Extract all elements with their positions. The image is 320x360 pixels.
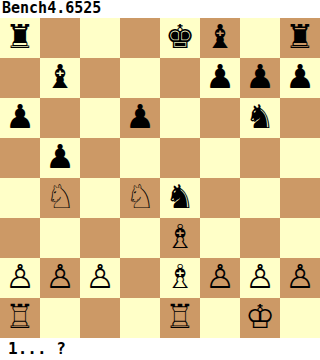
move-prompt: 1... ? [0,338,320,360]
square-f5[interactable] [200,138,240,178]
square-f4[interactable] [200,178,240,218]
square-a8[interactable]: ♜ [0,18,40,58]
square-c6[interactable] [80,98,120,138]
square-c4[interactable] [80,178,120,218]
square-e1[interactable]: ♖ [160,298,200,338]
square-f3[interactable] [200,218,240,258]
white-pawn-icon: ♙ [245,257,275,297]
square-c5[interactable] [80,138,120,178]
square-d1[interactable] [120,298,160,338]
black-bishop-icon: ♝ [205,17,235,57]
black-king-icon: ♚ [165,17,195,57]
white-bishop-icon: ♗ [165,257,195,297]
square-g3[interactable] [240,218,280,258]
black-pawn-icon: ♟ [125,97,155,137]
square-g7[interactable]: ♟ [240,58,280,98]
square-d4[interactable]: ♘ [120,178,160,218]
black-rook-icon: ♜ [285,17,315,57]
black-pawn-icon: ♟ [245,57,275,97]
square-d2[interactable] [120,258,160,298]
square-g1[interactable]: ♔ [240,298,280,338]
square-g4[interactable] [240,178,280,218]
square-a7[interactable] [0,58,40,98]
square-f1[interactable] [200,298,240,338]
white-rook-icon: ♖ [165,297,195,337]
black-knight-icon: ♞ [165,177,195,217]
square-b2[interactable]: ♙ [40,258,80,298]
square-a2[interactable]: ♙ [0,258,40,298]
square-a3[interactable] [0,218,40,258]
black-pawn-icon: ♟ [5,97,35,137]
square-a4[interactable] [0,178,40,218]
square-b5[interactable]: ♟ [40,138,80,178]
square-e4[interactable]: ♞ [160,178,200,218]
square-h7[interactable]: ♟ [280,58,320,98]
square-c3[interactable] [80,218,120,258]
square-f2[interactable]: ♙ [200,258,240,298]
white-king-icon: ♔ [245,297,275,337]
square-c7[interactable] [80,58,120,98]
square-c8[interactable] [80,18,120,58]
square-f6[interactable] [200,98,240,138]
white-pawn-icon: ♙ [5,257,35,297]
black-bishop-icon: ♝ [45,57,75,97]
square-h6[interactable] [280,98,320,138]
white-rook-icon: ♖ [5,297,35,337]
square-e6[interactable] [160,98,200,138]
square-e3[interactable]: ♗ [160,218,200,258]
white-bishop-icon: ♗ [165,217,195,257]
white-pawn-icon: ♙ [205,257,235,297]
square-g6[interactable]: ♞ [240,98,280,138]
square-g2[interactable]: ♙ [240,258,280,298]
black-pawn-icon: ♟ [45,137,75,177]
square-a1[interactable]: ♖ [0,298,40,338]
white-pawn-icon: ♙ [85,257,115,297]
square-d5[interactable] [120,138,160,178]
square-h2[interactable]: ♙ [280,258,320,298]
square-g8[interactable] [240,18,280,58]
page-title: Bench4.6525 [0,0,320,18]
square-b6[interactable] [40,98,80,138]
square-b4[interactable]: ♘ [40,178,80,218]
square-a6[interactable]: ♟ [0,98,40,138]
white-knight-icon: ♘ [45,177,75,217]
square-b1[interactable] [40,298,80,338]
white-pawn-icon: ♙ [285,257,315,297]
square-d6[interactable]: ♟ [120,98,160,138]
black-rook-icon: ♜ [5,17,35,57]
black-pawn-icon: ♟ [205,57,235,97]
white-knight-icon: ♘ [125,177,155,217]
square-a5[interactable] [0,138,40,178]
square-h4[interactable] [280,178,320,218]
square-h5[interactable] [280,138,320,178]
square-e8[interactable]: ♚ [160,18,200,58]
black-knight-icon: ♞ [245,97,275,137]
white-pawn-icon: ♙ [45,257,75,297]
chess-board: ♜♚♝♜♝♟♟♟♟♟♞♟♘♘♞♗♙♙♙♗♙♙♙♖♖♔ [0,18,320,338]
square-f7[interactable]: ♟ [200,58,240,98]
black-pawn-icon: ♟ [285,57,315,97]
square-d8[interactable] [120,18,160,58]
square-b3[interactable] [40,218,80,258]
square-g5[interactable] [240,138,280,178]
square-b8[interactable] [40,18,80,58]
square-e2[interactable]: ♗ [160,258,200,298]
square-f8[interactable]: ♝ [200,18,240,58]
square-b7[interactable]: ♝ [40,58,80,98]
square-d3[interactable] [120,218,160,258]
square-h8[interactable]: ♜ [280,18,320,58]
square-c2[interactable]: ♙ [80,258,120,298]
square-c1[interactable] [80,298,120,338]
square-h1[interactable] [280,298,320,338]
square-e7[interactable] [160,58,200,98]
square-d7[interactable] [120,58,160,98]
square-h3[interactable] [280,218,320,258]
square-e5[interactable] [160,138,200,178]
